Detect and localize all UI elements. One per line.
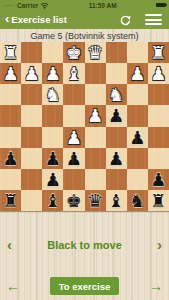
- square[interactable]: [127, 105, 148, 126]
- refresh-icon[interactable]: [118, 13, 132, 27]
- piece-black: ♛: [87, 190, 103, 211]
- square[interactable]: ♟: [42, 148, 63, 169]
- square[interactable]: [21, 169, 42, 190]
- square[interactable]: [127, 42, 148, 63]
- piece-black: ♜: [150, 190, 166, 211]
- square[interactable]: ♝: [63, 63, 84, 84]
- square[interactable]: [21, 105, 42, 126]
- square[interactable]: ♟: [148, 169, 169, 190]
- square[interactable]: [21, 84, 42, 105]
- piece-white: ♟: [24, 63, 40, 84]
- square[interactable]: ♞: [42, 84, 63, 105]
- square[interactable]: ♚: [63, 190, 84, 211]
- square[interactable]: ♜: [0, 190, 21, 211]
- piece-black: ♟: [2, 148, 18, 169]
- square[interactable]: [42, 42, 63, 63]
- square[interactable]: ♟: [85, 105, 106, 126]
- piece-black: ♝: [45, 190, 61, 211]
- back-chevron-icon: ‹: [5, 13, 9, 24]
- square[interactable]: ♛: [85, 42, 106, 63]
- clock-label: 11:59 AM: [89, 2, 117, 9]
- piece-white: ♟: [45, 63, 61, 84]
- battery-icon: [156, 3, 166, 8]
- square[interactable]: [148, 127, 169, 148]
- back-button[interactable]: ‹ Exercise list: [5, 14, 67, 25]
- square[interactable]: [21, 42, 42, 63]
- square[interactable]: [63, 105, 84, 126]
- square[interactable]: [106, 169, 127, 190]
- square[interactable]: ♟: [42, 169, 63, 190]
- square[interactable]: [148, 105, 169, 126]
- app-screen: ••••• Carrier 11:59 AM ‹ Exercise list G…: [0, 0, 169, 300]
- square[interactable]: [21, 190, 42, 211]
- square[interactable]: [106, 42, 127, 63]
- square[interactable]: ♛: [85, 190, 106, 211]
- square[interactable]: [127, 169, 148, 190]
- chess-board: ♜♚♛♜♟♟♟♝♟♟♞♞♟♟♟♟♟♟♟♟♟♟♜♝♚♛♝♞♜: [0, 42, 169, 211]
- square[interactable]: [21, 148, 42, 169]
- square[interactable]: [0, 127, 21, 148]
- square[interactable]: [85, 63, 106, 84]
- square[interactable]: ♟: [63, 148, 84, 169]
- square[interactable]: [106, 127, 127, 148]
- square[interactable]: ♜: [148, 42, 169, 63]
- prev-move-chevron[interactable]: ‹: [7, 238, 12, 252]
- square[interactable]: [21, 127, 42, 148]
- square[interactable]: [85, 127, 106, 148]
- square[interactable]: ♞: [106, 84, 127, 105]
- square[interactable]: ♟: [127, 127, 148, 148]
- square[interactable]: [85, 148, 106, 169]
- square[interactable]: [0, 84, 21, 105]
- piece-black: ♞: [129, 190, 145, 211]
- square[interactable]: ♟: [0, 148, 21, 169]
- piece-black: ♚: [66, 190, 82, 211]
- square[interactable]: ♟: [148, 63, 169, 84]
- carrier-label: Carrier: [17, 2, 38, 9]
- page-title: Game 5 (Botvinnik system): [0, 29, 169, 42]
- square[interactable]: ♟: [106, 148, 127, 169]
- square[interactable]: ♞: [127, 190, 148, 211]
- square[interactable]: [85, 169, 106, 190]
- square[interactable]: ♝: [106, 190, 127, 211]
- square[interactable]: ♜: [148, 190, 169, 211]
- square[interactable]: [0, 169, 21, 190]
- wifi-icon: [40, 2, 49, 9]
- square[interactable]: ♟: [0, 63, 21, 84]
- square[interactable]: [148, 84, 169, 105]
- square[interactable]: [148, 148, 169, 169]
- square[interactable]: ♟: [127, 63, 148, 84]
- square[interactable]: ♟: [21, 63, 42, 84]
- piece-black: ♟: [129, 127, 145, 148]
- piece-black: ♟: [45, 169, 61, 190]
- square[interactable]: [42, 105, 63, 126]
- piece-white: ♟: [129, 63, 145, 84]
- piece-black: ♜: [2, 190, 18, 211]
- next-move-chevron[interactable]: ›: [157, 238, 162, 252]
- piece-white: ♟: [66, 127, 82, 148]
- square[interactable]: [42, 127, 63, 148]
- piece-white: ♟: [150, 63, 166, 84]
- turn-indicator: Black to move: [47, 239, 122, 251]
- square[interactable]: ♜: [0, 42, 21, 63]
- square[interactable]: [63, 84, 84, 105]
- square[interactable]: ♟: [42, 63, 63, 84]
- square[interactable]: [127, 84, 148, 105]
- signal-strength-icon: •••••: [3, 3, 15, 8]
- status-bar: ••••• Carrier 11:59 AM: [0, 0, 169, 10]
- square[interactable]: [63, 169, 84, 190]
- square[interactable]: ♟: [63, 127, 84, 148]
- piece-white: ♛: [87, 42, 103, 63]
- square[interactable]: [85, 84, 106, 105]
- square[interactable]: ♚: [63, 42, 84, 63]
- piece-white: ♚: [66, 42, 82, 63]
- turn-row: ‹ Black to move ›: [0, 236, 169, 254]
- piece-black: ♟: [150, 169, 166, 190]
- to-exercise-button[interactable]: To exercise: [50, 277, 120, 295]
- piece-white: ♜: [150, 42, 166, 63]
- piece-white: ♞: [108, 84, 124, 105]
- piece-white: ♝: [66, 63, 82, 84]
- nav-bar: ‹ Exercise list: [0, 10, 169, 29]
- piece-black: ♟: [108, 148, 124, 169]
- square[interactable]: [106, 63, 127, 84]
- back-button-label: Exercise list: [11, 14, 66, 25]
- exercise-nav-row: ← To exercise →: [0, 277, 169, 295]
- piece-white: ♟: [87, 105, 103, 126]
- piece-white: ♜: [2, 42, 18, 63]
- piece-black: ♟: [108, 105, 124, 126]
- square[interactable]: [0, 105, 21, 126]
- square[interactable]: ♟: [106, 105, 127, 126]
- square[interactable]: [127, 148, 148, 169]
- piece-black: ♟: [45, 148, 61, 169]
- piece-black: ♟: [66, 148, 82, 169]
- piece-white: ♟: [2, 63, 18, 84]
- square[interactable]: ♝: [42, 190, 63, 211]
- next-exercise-arrow[interactable]: →: [149, 279, 163, 293]
- menu-icon[interactable]: [145, 13, 162, 27]
- piece-white: ♞: [45, 84, 61, 105]
- prev-exercise-arrow[interactable]: ←: [6, 279, 20, 293]
- piece-black: ♝: [108, 190, 124, 211]
